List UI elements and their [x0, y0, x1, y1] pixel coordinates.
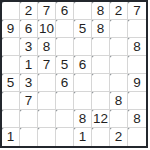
cell-r1c2-given: 2: [20, 2, 38, 20]
cell-r7c8-given: 8: [128, 110, 146, 128]
cell-r7c3[interactable]: [38, 110, 56, 128]
cell-r1c4-given: 6: [56, 2, 74, 20]
cell-r3c8-given: 8: [128, 38, 146, 56]
cell-r6c1[interactable]: [2, 92, 20, 110]
cell-r8c8[interactable]: [128, 128, 146, 146]
cell-r8c3[interactable]: [38, 128, 56, 146]
cell-r5c3[interactable]: [38, 74, 56, 92]
cell-r8c2[interactable]: [20, 128, 38, 146]
cell-r6c2-given: 7: [20, 92, 38, 110]
cell-r6c8[interactable]: [128, 92, 146, 110]
cell-r8c6[interactable]: [92, 128, 110, 146]
cell-r4c7[interactable]: [110, 56, 128, 74]
cell-r5c7[interactable]: [110, 74, 128, 92]
cell-r2c3-given: 10: [38, 20, 56, 38]
cell-r2c4[interactable]: [56, 20, 74, 38]
cell-r5c5[interactable]: [74, 74, 92, 92]
cell-r3c5[interactable]: [74, 38, 92, 56]
cell-r3c4[interactable]: [56, 38, 74, 56]
cell-r3c7[interactable]: [110, 38, 128, 56]
cell-r4c1[interactable]: [2, 56, 20, 74]
cell-r2c8[interactable]: [128, 20, 146, 38]
cell-r8c5-given: 1: [74, 128, 92, 146]
cell-r6c6[interactable]: [92, 92, 110, 110]
cell-r4c6[interactable]: [92, 56, 110, 74]
cell-r2c2-given: 6: [20, 20, 38, 38]
cell-r3c2-given: 3: [20, 38, 38, 56]
puzzle-board: 27682796105838817565369788128112: [0, 0, 148, 148]
cell-r6c3[interactable]: [38, 92, 56, 110]
cell-r4c2-given: 1: [20, 56, 38, 74]
cell-r5c2-given: 3: [20, 74, 38, 92]
cell-r2c1-given: 9: [2, 20, 20, 38]
cell-r1c3-given: 7: [38, 2, 56, 20]
cell-r6c4[interactable]: [56, 92, 74, 110]
cell-r7c4[interactable]: [56, 110, 74, 128]
cell-r1c1[interactable]: [2, 2, 20, 20]
cell-r8c1-given: 1: [2, 128, 20, 146]
cell-r1c6-given: 8: [92, 2, 110, 20]
cell-r7c2[interactable]: [20, 110, 38, 128]
cell-r5c4-given: 6: [56, 74, 74, 92]
cell-r5c8-given: 9: [128, 74, 146, 92]
cell-r5c1-given: 5: [2, 74, 20, 92]
cell-r7c1[interactable]: [2, 110, 20, 128]
cell-r2c5-given: 5: [74, 20, 92, 38]
cell-r7c6-given: 12: [92, 110, 110, 128]
cell-r7c7[interactable]: [110, 110, 128, 128]
cell-r4c8[interactable]: [128, 56, 146, 74]
cell-r1c5[interactable]: [74, 2, 92, 20]
cell-r8c7-given: 2: [110, 128, 128, 146]
cell-r6c7-given: 8: [110, 92, 128, 110]
cell-r1c7-given: 2: [110, 2, 128, 20]
cell-r3c6[interactable]: [92, 38, 110, 56]
cell-r4c5-given: 6: [74, 56, 92, 74]
cell-r6c5[interactable]: [74, 92, 92, 110]
cell-r8c4[interactable]: [56, 128, 74, 146]
cell-r3c1[interactable]: [2, 38, 20, 56]
cell-r4c4-given: 5: [56, 56, 74, 74]
cell-r2c7[interactable]: [110, 20, 128, 38]
cell-r5c6[interactable]: [92, 74, 110, 92]
cell-r1c8-given: 7: [128, 2, 146, 20]
cell-r4c3-given: 7: [38, 56, 56, 74]
cell-r2c6-given: 8: [92, 20, 110, 38]
cell-r7c5-given: 8: [74, 110, 92, 128]
cell-r3c3-given: 8: [38, 38, 56, 56]
